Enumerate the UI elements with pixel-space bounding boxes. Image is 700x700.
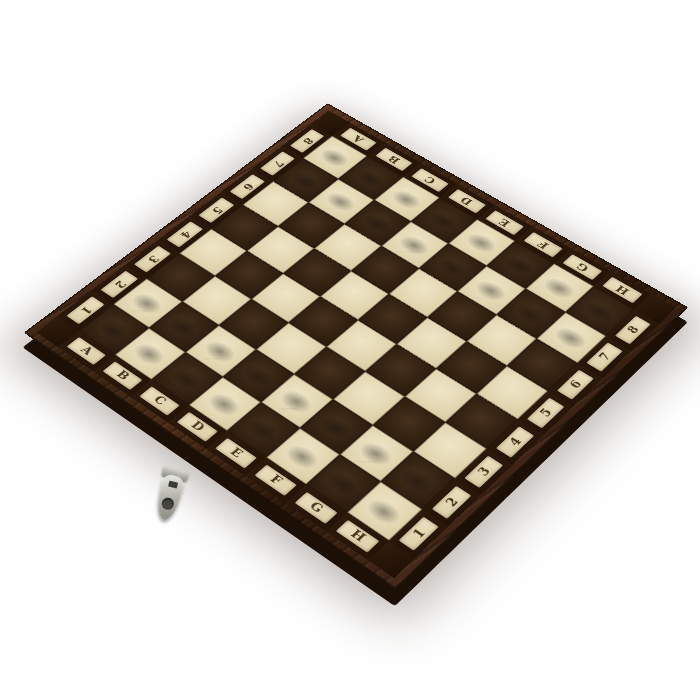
file-letter: F	[267, 473, 284, 486]
rank-number: 6	[240, 182, 255, 192]
folding-chess-board: ABCDEFGH8♜♞♝♛♚♝♞♜87♟♟♟♟♟♟♟♟7665544332♟♟♟…	[24, 103, 688, 589]
black-pawn-glyph: ♟	[546, 305, 581, 344]
file-letter: G	[307, 500, 326, 515]
white-knight-glyph: ♞	[313, 444, 355, 491]
white-pawn-glyph: ♟	[352, 425, 384, 461]
file-letter: D	[188, 420, 206, 434]
file-letter: H	[614, 284, 632, 297]
file-letter: E	[227, 446, 244, 459]
crown-accent-dark	[252, 385, 257, 390]
rank-number: 5	[209, 205, 224, 215]
rank-number: 2	[443, 496, 460, 509]
file-letter: A	[78, 345, 95, 357]
coordinate-plaque: E	[215, 438, 257, 469]
rank-number: 1	[410, 527, 428, 541]
coordinate-plaque: D	[176, 412, 218, 442]
black-pawn-glyph: ♟	[353, 192, 386, 229]
white-pawn-glyph: ♟	[393, 452, 425, 488]
white-bishop-glyph: ♝	[271, 413, 316, 464]
black-pawn-glyph: ♟	[466, 259, 500, 297]
white-rook-glyph: ♜	[87, 296, 124, 337]
coordinate-plaque: A	[66, 337, 106, 365]
board-frame: ABCDEFGH8♜♞♝♛♚♝♞♜87♟♟♟♟♟♟♟♟7665544332♟♟♟…	[24, 103, 688, 589]
rank-number: 6	[567, 379, 584, 391]
black-pawn-glyph: ♟	[317, 171, 350, 208]
black-pawn-glyph: ♟	[506, 282, 541, 321]
white-pawn-glyph: ♟	[124, 277, 154, 310]
file-letter: C	[151, 394, 168, 407]
black-pawn-glyph: ♟	[281, 150, 314, 186]
rank-number: 7	[596, 351, 612, 363]
photo-background: { "game": "chess", "scene": { "descripti…	[0, 0, 700, 700]
rank-number: 4	[507, 436, 524, 449]
white-pawn-glyph: ♟	[160, 300, 190, 334]
coordinate-plaque: 8	[615, 316, 651, 345]
board-grid: ABCDEFGH8♜♞♝♛♚♝♞♜87♟♟♟♟♟♟♟♟7665544332♟♟♟…	[36, 111, 676, 579]
rank-number: 4	[177, 229, 192, 239]
rank-number: 8	[625, 324, 641, 335]
rank-number: 3	[475, 465, 492, 478]
black-pawn-glyph: ♟	[390, 214, 424, 252]
file-letter: H	[348, 528, 368, 544]
rank-number: 3	[145, 254, 160, 265]
rank-number: 5	[537, 407, 554, 419]
white-rook-glyph: ♜	[356, 475, 396, 519]
file-letter: B	[114, 369, 132, 382]
black-pawn-glyph: ♟	[428, 236, 462, 274]
crown-accent-dark	[207, 365, 224, 370]
